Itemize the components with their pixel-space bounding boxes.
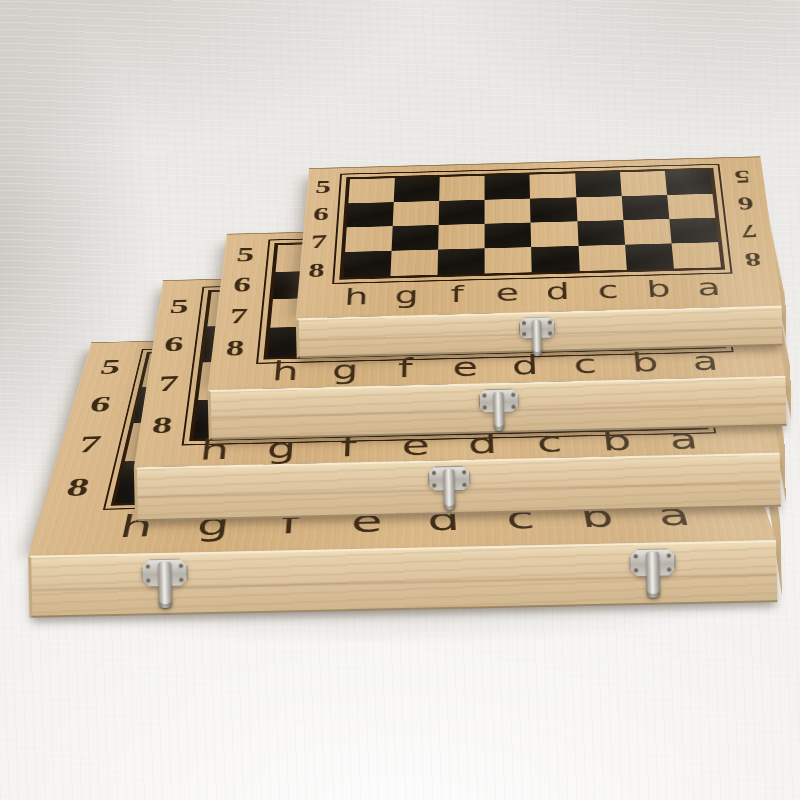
file-label-a: a [683,275,736,300]
board-square-d5 [530,174,576,199]
latch-clasp [428,463,471,512]
product-photo-scene: 5678 hgfedcba 5678 hgfedcba 5678 [0,0,800,800]
latch-clasp [478,385,519,432]
board-square-h5 [348,178,395,203]
board-square-c5 [575,172,622,197]
latch-hook [646,552,659,598]
file-label-a: a [674,347,737,375]
board-square-f6 [439,200,485,225]
latch-hook [158,562,171,608]
rank-label-7: 7 [301,228,336,257]
rank-label-6: 6 [150,324,198,364]
file-label-g: g [381,283,432,308]
board-square-f8 [438,248,485,275]
latch-hook [443,469,455,511]
board-square-d8 [532,246,580,273]
board-square-d7 [531,221,578,247]
latch-clasp [142,555,189,609]
rank-label-7: 7 [144,363,193,405]
rank-label-5: 5 [306,174,340,201]
file-label-h: h [330,285,382,310]
board-square-g6 [393,201,440,226]
board-square-e6 [485,198,531,223]
file-label-c: c [582,278,634,303]
latch-hook [532,320,543,356]
rank-label-5: 5 [222,239,268,270]
file-label-h: h [254,358,316,386]
board-half-lid: 5678 5678 hgfedcba [296,156,782,318]
board-square-h6 [347,202,394,227]
file-label-g: g [314,356,375,384]
checkerboard [343,170,720,277]
box-lid-area: 5678 5678 hgfedcba [292,146,782,319]
file-label-d: d [532,279,583,304]
file-label-b: b [614,349,677,377]
board-frame [332,164,732,284]
file-label-e: e [435,353,495,381]
file-label-e: e [482,281,533,306]
board-square-b6 [621,195,669,220]
board-square-g5 [394,177,440,202]
board-square-c7 [577,220,625,246]
rank-label-7: 7 [55,423,124,466]
board-square-b7 [623,219,671,245]
board-square-f5 [439,176,484,201]
board-square-b8 [625,244,674,271]
file-label-b: b [632,277,684,302]
file-label-c: c [554,350,616,378]
rank-label-right-6: 6 [722,189,769,217]
rank-label-right-8: 8 [729,244,777,274]
file-label-f: f [375,355,436,383]
rank-label-right-5: 5 [719,163,765,190]
board-square-b5 [620,171,667,196]
board-square-a6 [667,194,715,219]
board-square-a7 [669,218,718,244]
rank-label-5: 5 [156,287,202,325]
rank-label-6: 6 [219,269,266,301]
rank-label-8: 8 [41,465,113,511]
rank-label-8: 8 [137,403,187,447]
board-square-d6 [530,197,577,222]
board-square-e5 [485,175,531,200]
board-square-e7 [485,222,532,248]
board-frame-inner-line [339,168,725,280]
board-square-c8 [578,245,626,272]
board-square-h7 [345,226,393,252]
board-square-a5 [665,170,713,195]
latch-clasp [629,545,676,599]
board-square-g8 [391,250,439,277]
board-square-g7 [392,225,439,251]
rank-label-right-7: 7 [726,216,773,245]
rank-label-7: 7 [215,300,263,333]
board-square-f7 [438,224,485,250]
file-label-f: f [432,282,483,307]
rank-label-6: 6 [67,385,133,425]
board-square-a8 [671,242,721,269]
latch-clasp [518,315,555,357]
rank-label-8: 8 [299,256,335,286]
chess-box-1-smallest: 5678 5678 hgfedcba [292,146,783,355]
board-square-e8 [485,247,532,274]
latch-hook [493,391,505,431]
board-square-h8 [343,251,391,278]
board-square-c6 [576,196,623,221]
rank-label-8: 8 [211,331,260,365]
rank-label-6: 6 [304,200,339,228]
